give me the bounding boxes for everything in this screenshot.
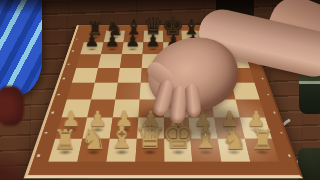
piece-shadow: [184, 36, 198, 40]
square-d2: ♟: [136, 118, 163, 139]
rank-label-8-right: [238, 31, 252, 42]
file-label-f-bottom: [192, 162, 223, 175]
piece-shadow: [125, 47, 140, 51]
square-d1: ♛: [135, 138, 164, 162]
piece-shadow: [167, 126, 186, 133]
square-g8: ♞: [200, 31, 222, 42]
square-c3: [112, 99, 139, 117]
piece-shadow: [165, 36, 179, 40]
square-a2: ♟: [55, 118, 87, 139]
square-a8: ♜: [83, 31, 105, 42]
square-b1: ♞: [77, 138, 109, 162]
piece-shadow: [223, 148, 244, 156]
square-d8: ♛: [143, 31, 163, 42]
square-c1: ♝: [106, 138, 136, 162]
square-f5: [184, 68, 208, 83]
piece-shadow: [223, 36, 238, 40]
file-label-a-bottom: [44, 162, 77, 175]
piece-shadow: [146, 36, 160, 40]
file-label-g-bottom: [221, 162, 253, 175]
square-e3: [163, 99, 189, 117]
square-g4: [208, 83, 235, 100]
square-b8: ♞: [103, 31, 124, 42]
square-f7: ♟: [182, 42, 204, 54]
square-e7: ♟: [162, 42, 183, 54]
file-label-c-bottom: [104, 162, 135, 175]
file-label-e-bottom: [163, 162, 193, 175]
piece-shadow: [111, 148, 132, 156]
file-label-b-bottom: [74, 162, 106, 175]
piece-shadow: [206, 47, 221, 51]
square-c6: [119, 54, 142, 67]
square-e2: ♟: [163, 118, 190, 139]
file-label-h-bottom: [250, 162, 283, 175]
square-g7: ♟: [202, 42, 225, 54]
square-g6: [204, 54, 228, 67]
square-e1: ♚: [163, 138, 192, 162]
piece-shadow: [126, 36, 140, 40]
piece-shadow: [60, 126, 80, 133]
square-c2: ♟: [109, 118, 138, 139]
square-c7: ♟: [121, 42, 142, 54]
square-d4: [139, 83, 163, 100]
piece-shadow: [114, 126, 133, 133]
piece-shadow: [104, 47, 119, 51]
square-f6: [183, 54, 206, 67]
square-d6: [141, 54, 163, 67]
square-g5: [206, 68, 231, 83]
square-c5: [117, 68, 141, 83]
board-corner: [279, 162, 299, 175]
square-a7: ♟: [80, 42, 103, 54]
square-b4: [91, 83, 117, 100]
piece-shadow: [167, 148, 187, 156]
piece-shadow: [107, 36, 121, 40]
square-a1: ♜: [48, 138, 82, 162]
square-e4: [163, 83, 187, 100]
square-f1: ♝: [190, 138, 221, 162]
piece-shadow: [204, 36, 218, 40]
square-b6: [97, 54, 121, 67]
square-g3: [211, 99, 240, 117]
square-e8: ♚: [162, 31, 182, 42]
piece-shadow: [87, 36, 102, 40]
square-g1: ♞: [217, 138, 250, 162]
rank-label-4-left: [53, 83, 71, 100]
square-a5: [71, 68, 97, 83]
piece-shadow: [140, 126, 159, 133]
square-a3: [61, 99, 91, 117]
square-c8: ♝: [123, 31, 143, 42]
piece-shadow: [246, 126, 266, 133]
piece-shadow: [139, 148, 159, 156]
piece-white-rook: ♜: [250, 127, 274, 153]
square-b2: ♟: [82, 118, 112, 139]
piece-shadow: [219, 126, 239, 133]
top-shadow: [0, 0, 320, 14]
square-b5: [94, 68, 119, 83]
square-h1: ♜: [245, 138, 280, 162]
square-b7: ♟: [100, 42, 122, 54]
piece-shadow: [82, 148, 103, 156]
piece-shadow: [54, 148, 76, 156]
piece-shadow: [165, 47, 179, 51]
piece-shadow: [193, 126, 212, 133]
piece-shadow: [195, 148, 216, 156]
square-f4: [186, 83, 212, 100]
piece-shadow: [87, 126, 107, 133]
piece-shadow: [226, 47, 241, 51]
video-frame: ♜♞♝♛♚♝♞♜♟♟♟♟♟♟♟♟♟♟♟♟♟♟♟♟♜♞♝♛♚♝♞♜: [0, 0, 320, 180]
square-e6: [162, 54, 184, 67]
rank-label-4-right: [254, 83, 272, 100]
square-f8: ♝: [181, 31, 202, 42]
piece-shadow: [145, 47, 159, 51]
square-a4: [66, 83, 94, 100]
square-f3: [187, 99, 214, 117]
square-e5: [163, 68, 186, 83]
rank-label-1-left: [32, 138, 55, 162]
piece-white-queen: ♛: [134, 119, 165, 152]
square-a6: [76, 54, 101, 67]
square-d3: [138, 99, 164, 117]
piece-shadow: [186, 47, 201, 51]
piece-shadow: [84, 47, 99, 51]
square-f2: ♟: [189, 118, 218, 139]
square-d5: [140, 68, 163, 83]
piece-white-rook: ♜: [52, 127, 76, 153]
square-h3: [235, 99, 265, 117]
rank-label-2-left: [40, 118, 61, 139]
square-c4: [115, 83, 140, 100]
square-b3: [86, 99, 114, 117]
file-label-d-bottom: [134, 162, 164, 175]
square-d7: ♟: [142, 42, 163, 54]
piece-shadow: [251, 148, 273, 156]
